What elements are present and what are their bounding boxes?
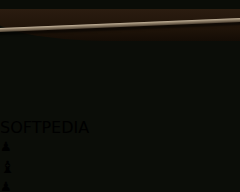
piece-white-pawn-a2[interactable]: ♟: [0, 139, 240, 154]
pieces-layer: ♟♝♟♚♟♟♞♟♟♟♝♟♛♟♞♟♚♜♜: [0, 137, 240, 192]
game-screen: SOFTPEDIA ♟♝♟♚♟♟♞♟♟♟♝♟♛♟♞♟♚♜♜ ♟ White: P…: [0, 0, 240, 192]
rail-post-left: [0, 46, 4, 63]
rail-post-center-knob: [0, 32, 16, 40]
rail-post-right: [0, 68, 7, 104]
piece-white-bishop-b2[interactable]: ♝: [0, 157, 240, 177]
rail-post-right-knob: [0, 104, 15, 112]
piece-white-pawn-c2[interactable]: ♟: [0, 179, 240, 192]
softpedia-watermark: SOFTPEDIA: [0, 118, 240, 137]
